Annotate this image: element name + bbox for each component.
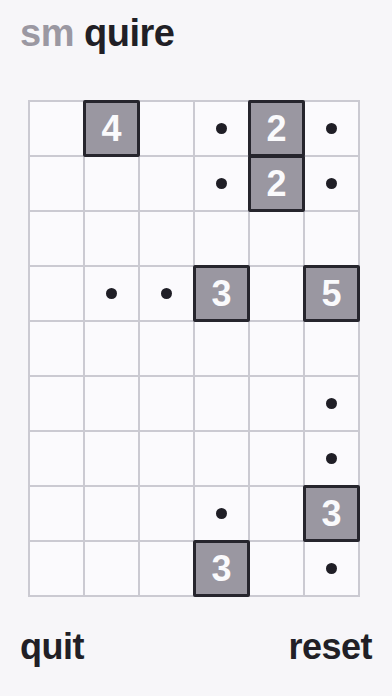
cell-r4c2[interactable]: [85, 267, 138, 320]
cell-r6c6[interactable]: [305, 377, 358, 430]
cell-r1c6[interactable]: [305, 102, 358, 155]
page-title: sm quire: [20, 12, 174, 55]
cell-r7c4[interactable]: [195, 432, 248, 485]
cell-r9c2[interactable]: [85, 542, 138, 595]
cell-r6c4[interactable]: [195, 377, 248, 430]
number-block[interactable]: 4: [83, 100, 140, 157]
cell-r3c2[interactable]: [85, 212, 138, 265]
cell-r9c3[interactable]: [140, 542, 193, 595]
cell-r6c5[interactable]: [250, 377, 303, 430]
cell-r6c1[interactable]: [30, 377, 83, 430]
cell-r2c2[interactable]: [85, 157, 138, 210]
reset-button[interactable]: reset: [288, 626, 372, 668]
cell-r3c4[interactable]: [195, 212, 248, 265]
dot: [161, 288, 172, 299]
board: 4223533: [28, 100, 360, 597]
cell-r7c1[interactable]: [30, 432, 83, 485]
cell-r8c6[interactable]: 3: [305, 487, 358, 540]
dot: [216, 123, 227, 134]
cell-r3c3[interactable]: [140, 212, 193, 265]
number-block[interactable]: 5: [303, 265, 360, 322]
number-block[interactable]: 3: [303, 485, 360, 542]
dot: [326, 453, 337, 464]
cell-r1c3[interactable]: [140, 102, 193, 155]
number-block[interactable]: 2: [248, 100, 305, 157]
cell-r4c3[interactable]: [140, 267, 193, 320]
cell-r2c5[interactable]: 2: [250, 157, 303, 210]
cell-r5c2[interactable]: [85, 322, 138, 375]
cell-r7c2[interactable]: [85, 432, 138, 485]
dot: [326, 563, 337, 574]
dot: [216, 178, 227, 189]
cell-r6c3[interactable]: [140, 377, 193, 430]
cell-r4c6[interactable]: 5: [305, 267, 358, 320]
cell-r8c5[interactable]: [250, 487, 303, 540]
number-block[interactable]: 3: [193, 265, 250, 322]
cell-r5c6[interactable]: [305, 322, 358, 375]
dot: [326, 123, 337, 134]
cell-r2c6[interactable]: [305, 157, 358, 210]
cell-r4c4[interactable]: 3: [195, 267, 248, 320]
cell-r3c6[interactable]: [305, 212, 358, 265]
cell-r9c5[interactable]: [250, 542, 303, 595]
cell-r5c1[interactable]: [30, 322, 83, 375]
cell-r1c2[interactable]: 4: [85, 102, 138, 155]
cell-r9c4[interactable]: 3: [195, 542, 248, 595]
cell-r1c4[interactable]: [195, 102, 248, 155]
number-block[interactable]: 2: [248, 155, 305, 212]
number-block[interactable]: 3: [193, 540, 250, 597]
cell-r3c5[interactable]: [250, 212, 303, 265]
dot: [326, 398, 337, 409]
cell-r8c2[interactable]: [85, 487, 138, 540]
cell-r8c1[interactable]: [30, 487, 83, 540]
cell-r2c1[interactable]: [30, 157, 83, 210]
title-name: quire: [84, 12, 174, 54]
cell-r7c5[interactable]: [250, 432, 303, 485]
cell-r8c3[interactable]: [140, 487, 193, 540]
cell-r5c5[interactable]: [250, 322, 303, 375]
cell-r7c3[interactable]: [140, 432, 193, 485]
cell-r4c5[interactable]: [250, 267, 303, 320]
dot: [106, 288, 117, 299]
cell-r1c1[interactable]: [30, 102, 83, 155]
title-prefix: sm: [20, 12, 84, 54]
dot: [326, 178, 337, 189]
dot: [216, 508, 227, 519]
cell-r2c3[interactable]: [140, 157, 193, 210]
cell-r3c1[interactable]: [30, 212, 83, 265]
cell-r1c5[interactable]: 2: [250, 102, 303, 155]
cell-r2c4[interactable]: [195, 157, 248, 210]
cell-r5c3[interactable]: [140, 322, 193, 375]
cell-r6c2[interactable]: [85, 377, 138, 430]
quit-button[interactable]: quit: [20, 626, 84, 668]
cell-r8c4[interactable]: [195, 487, 248, 540]
cell-r4c1[interactable]: [30, 267, 83, 320]
cell-r7c6[interactable]: [305, 432, 358, 485]
cell-r9c6[interactable]: [305, 542, 358, 595]
cell-r5c4[interactable]: [195, 322, 248, 375]
cell-r9c1[interactable]: [30, 542, 83, 595]
